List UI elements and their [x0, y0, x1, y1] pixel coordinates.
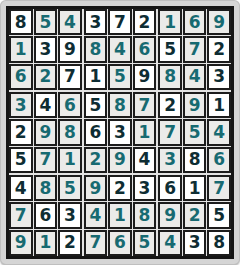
cell-r5c8[interactable]: 5 [183, 119, 207, 145]
cell-r8c2[interactable]: 6 [34, 202, 58, 228]
cell-r3c9[interactable]: 3 [207, 64, 231, 90]
cell-r4c9[interactable]: 1 [207, 92, 231, 118]
cell-r8c7[interactable]: 9 [158, 202, 182, 228]
cell-r8c8[interactable]: 2 [183, 202, 207, 228]
cell-r5c7[interactable]: 7 [158, 119, 182, 145]
cell-r9c9[interactable]: 8 [207, 230, 231, 256]
cell-r1c1[interactable]: 8 [9, 9, 33, 35]
box-3-2: 923418765 [84, 175, 157, 256]
box-2-2: 587631294 [84, 92, 157, 173]
cell-r4c1[interactable]: 3 [9, 92, 33, 118]
cell-r9c7[interactable]: 4 [158, 230, 182, 256]
cell-r9c3[interactable]: 2 [58, 230, 82, 256]
cell-r6c8[interactable]: 8 [183, 147, 207, 173]
cell-r6c1[interactable]: 5 [9, 147, 33, 173]
cell-r4c5[interactable]: 8 [108, 92, 132, 118]
cell-r6c7[interactable]: 3 [158, 147, 182, 173]
cell-r3c4[interactable]: 1 [84, 64, 108, 90]
cell-r7c5[interactable]: 2 [108, 175, 132, 201]
cell-r3c5[interactable]: 5 [108, 64, 132, 90]
cell-r3c2[interactable]: 2 [34, 64, 58, 90]
box-3-3: 617925438 [158, 175, 231, 256]
cell-r2c5[interactable]: 4 [108, 36, 132, 62]
cell-r9c1[interactable]: 9 [9, 230, 33, 256]
cell-r5c5[interactable]: 3 [108, 119, 132, 145]
box-1-3: 169572843 [158, 9, 231, 90]
cell-r3c7[interactable]: 8 [158, 64, 182, 90]
cell-r4c7[interactable]: 2 [158, 92, 182, 118]
cell-r1c2[interactable]: 5 [34, 9, 58, 35]
cell-r9c2[interactable]: 1 [34, 230, 58, 256]
box-3-1: 485763912 [9, 175, 82, 256]
cell-r6c3[interactable]: 1 [58, 147, 82, 173]
cell-r1c3[interactable]: 4 [58, 9, 82, 35]
cell-r4c6[interactable]: 7 [133, 92, 157, 118]
cell-r1c4[interactable]: 3 [84, 9, 108, 35]
cell-r8c1[interactable]: 7 [9, 202, 33, 228]
cell-r7c2[interactable]: 8 [34, 175, 58, 201]
cell-r8c5[interactable]: 1 [108, 202, 132, 228]
cell-r6c9[interactable]: 6 [207, 147, 231, 173]
box-2-3: 291754386 [158, 92, 231, 173]
cell-r1c5[interactable]: 7 [108, 9, 132, 35]
cell-r2c9[interactable]: 2 [207, 36, 231, 62]
box-2-1: 346298571 [9, 92, 82, 173]
cell-r1c9[interactable]: 9 [207, 9, 231, 35]
cell-r4c4[interactable]: 5 [84, 92, 108, 118]
cell-r5c1[interactable]: 2 [9, 119, 33, 145]
cell-r7c7[interactable]: 6 [158, 175, 182, 201]
cell-r3c3[interactable]: 7 [58, 64, 82, 90]
cell-r7c9[interactable]: 7 [207, 175, 231, 201]
cell-r4c3[interactable]: 6 [58, 92, 82, 118]
cell-r5c2[interactable]: 9 [34, 119, 58, 145]
cell-r1c7[interactable]: 1 [158, 9, 182, 35]
sudoku-board: 8541396273728461591695728433462985715876… [6, 6, 234, 259]
cell-r4c2[interactable]: 4 [34, 92, 58, 118]
box-1-2: 372846159 [84, 9, 157, 90]
cell-r9c6[interactable]: 5 [133, 230, 157, 256]
cell-r2c8[interactable]: 7 [183, 36, 207, 62]
cell-r2c3[interactable]: 9 [58, 36, 82, 62]
cell-r7c8[interactable]: 1 [183, 175, 207, 201]
cell-r7c6[interactable]: 3 [133, 175, 157, 201]
cell-r9c5[interactable]: 6 [108, 230, 132, 256]
box-1-1: 854139627 [9, 9, 82, 90]
cell-r3c8[interactable]: 4 [183, 64, 207, 90]
cell-r6c4[interactable]: 2 [84, 147, 108, 173]
cell-r9c8[interactable]: 3 [183, 230, 207, 256]
cell-r3c1[interactable]: 6 [9, 64, 33, 90]
cell-r1c8[interactable]: 6 [183, 9, 207, 35]
cell-r7c3[interactable]: 5 [58, 175, 82, 201]
cell-r6c5[interactable]: 9 [108, 147, 132, 173]
cell-r5c3[interactable]: 8 [58, 119, 82, 145]
cell-r5c6[interactable]: 1 [133, 119, 157, 145]
cell-r9c4[interactable]: 7 [84, 230, 108, 256]
cell-r2c6[interactable]: 6 [133, 36, 157, 62]
cell-r6c6[interactable]: 4 [133, 147, 157, 173]
cell-r1c6[interactable]: 2 [133, 9, 157, 35]
sudoku-frame: 8541396273728461591695728433462985715876… [0, 0, 240, 265]
cell-r7c4[interactable]: 9 [84, 175, 108, 201]
cell-r2c1[interactable]: 1 [9, 36, 33, 62]
cell-r4c8[interactable]: 9 [183, 92, 207, 118]
cell-r8c9[interactable]: 5 [207, 202, 231, 228]
cell-r8c4[interactable]: 4 [84, 202, 108, 228]
cell-r2c7[interactable]: 5 [158, 36, 182, 62]
cell-r6c2[interactable]: 7 [34, 147, 58, 173]
cell-r2c2[interactable]: 3 [34, 36, 58, 62]
cell-r2c4[interactable]: 8 [84, 36, 108, 62]
cell-r5c9[interactable]: 4 [207, 119, 231, 145]
cell-r7c1[interactable]: 4 [9, 175, 33, 201]
cell-r8c3[interactable]: 3 [58, 202, 82, 228]
cell-r8c6[interactable]: 8 [133, 202, 157, 228]
cell-r5c4[interactable]: 6 [84, 119, 108, 145]
cell-r3c6[interactable]: 9 [133, 64, 157, 90]
